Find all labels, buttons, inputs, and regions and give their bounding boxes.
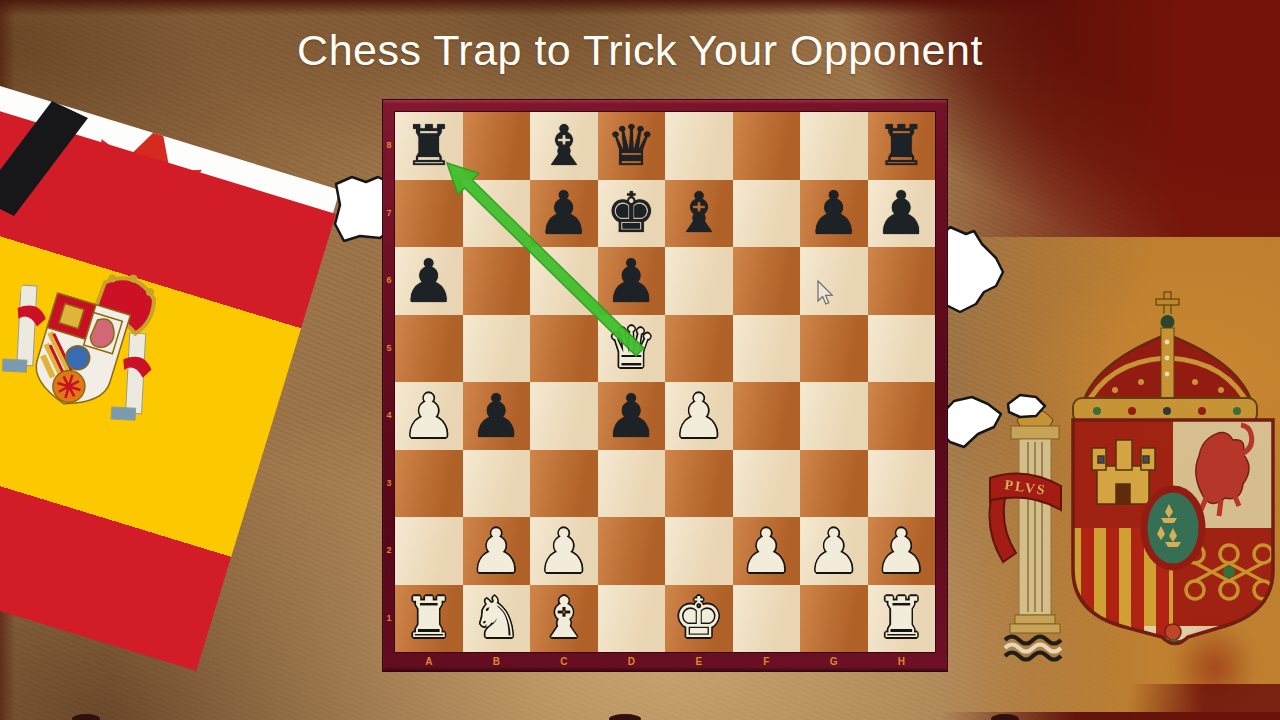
square-c7[interactable]: ♟ [530,180,598,248]
square-c1[interactable]: ♝ [530,585,598,653]
square-b3[interactable] [463,450,531,518]
square-a1[interactable]: ♜ [395,585,463,653]
square-g5[interactable] [800,315,868,383]
white-rook-h1[interactable]: ♜ [868,585,936,653]
square-c2[interactable]: ♟ [530,517,598,585]
square-d8[interactable]: ♛ [598,112,666,180]
square-e7[interactable]: ♝ [665,180,733,248]
square-g7[interactable]: ♟ [800,180,868,248]
square-b5[interactable] [463,315,531,383]
square-d7[interactable]: ♚ [598,180,666,248]
black-pawn-d6[interactable]: ♟ [598,247,666,315]
square-a8[interactable]: ♜ [395,112,463,180]
rank-label-1: 1 [383,585,395,653]
spain-flag-crest [0,233,184,457]
rank-label-5: 5 [383,315,395,383]
rank-label-6: 6 [383,247,395,315]
square-g8[interactable] [800,112,868,180]
square-h6[interactable] [868,247,936,315]
square-a2[interactable] [395,517,463,585]
black-queen-d8[interactable]: ♛ [598,112,666,180]
square-f1[interactable] [733,585,801,653]
square-g3[interactable] [800,450,868,518]
white-pawn-e4[interactable]: ♟ [665,382,733,450]
white-pawn-c2[interactable]: ♟ [530,517,598,585]
white-pawn-h2[interactable]: ♟ [868,517,936,585]
square-b7[interactable] [463,180,531,248]
black-king-d7[interactable]: ♚ [598,180,666,248]
white-pawn-f2[interactable]: ♟ [733,517,801,585]
file-label-F: F [733,652,801,671]
white-queen-d5[interactable]: ♛ [598,315,666,383]
file-label-G: G [800,652,868,671]
chess-board: ♜♝♛♜♟♚♝♟♟♟♟♛♟♟♟♟♟♟♟♟♟♜♞♝♚♜ 87654321 ABCD… [383,100,947,671]
square-b8[interactable] [463,112,531,180]
square-c5[interactable] [530,315,598,383]
black-pawn-h7[interactable]: ♟ [868,180,936,248]
file-label-C: C [530,652,598,671]
square-c8[interactable]: ♝ [530,112,598,180]
white-pawn-g2[interactable]: ♟ [800,517,868,585]
square-c3[interactable] [530,450,598,518]
rank-label-4: 4 [383,382,395,450]
square-d1[interactable] [598,585,666,653]
square-a4[interactable]: ♟ [395,382,463,450]
square-f4[interactable] [733,382,801,450]
rank-label-2: 2 [383,517,395,585]
black-pawn-c7[interactable]: ♟ [530,180,598,248]
square-a6[interactable]: ♟ [395,247,463,315]
black-bishop-c8[interactable]: ♝ [530,112,598,180]
square-f8[interactable] [733,112,801,180]
video-frame: PLVS [0,0,1280,720]
white-rook-a1[interactable]: ♜ [395,585,463,653]
white-pawn-b2[interactable]: ♟ [463,517,531,585]
square-h5[interactable] [868,315,936,383]
black-pawn-b4[interactable]: ♟ [463,382,531,450]
square-b2[interactable]: ♟ [463,517,531,585]
file-label-E: E [665,652,733,671]
square-f7[interactable] [733,180,801,248]
square-b1[interactable]: ♞ [463,585,531,653]
file-label-B: B [463,652,531,671]
file-label-A: A [395,652,463,671]
black-pawn-a6[interactable]: ♟ [395,247,463,315]
square-d4[interactable]: ♟ [598,382,666,450]
square-f6[interactable] [733,247,801,315]
square-g6[interactable] [800,247,868,315]
black-bishop-e7[interactable]: ♝ [665,180,733,248]
bottom-right-red-wedge [1050,684,1280,720]
square-f2[interactable]: ♟ [733,517,801,585]
square-f5[interactable] [733,315,801,383]
square-h3[interactable] [868,450,936,518]
square-d3[interactable] [598,450,666,518]
square-c4[interactable] [530,382,598,450]
white-bishop-c1[interactable]: ♝ [530,585,598,653]
rank-label-8: 8 [383,112,395,180]
white-pawn-a4[interactable]: ♟ [395,382,463,450]
square-a3[interactable] [395,450,463,518]
square-h7[interactable]: ♟ [868,180,936,248]
square-c6[interactable] [530,247,598,315]
black-pawn-d4[interactable]: ♟ [598,382,666,450]
square-a7[interactable] [395,180,463,248]
rank-label-3: 3 [383,450,395,518]
square-e3[interactable] [665,450,733,518]
bottom-edge-blob [609,714,641,720]
black-pawn-g7[interactable]: ♟ [800,180,868,248]
square-a5[interactable] [395,315,463,383]
square-e1[interactable]: ♚ [665,585,733,653]
square-d2[interactable] [598,517,666,585]
white-knight-b1[interactable]: ♞ [463,585,531,653]
square-e2[interactable] [665,517,733,585]
file-label-H: H [868,652,936,671]
square-h1[interactable]: ♜ [868,585,936,653]
square-g4[interactable] [800,382,868,450]
board-squares: ♜♝♛♜♟♚♝♟♟♟♟♛♟♟♟♟♟♟♟♟♟♜♞♝♚♜ [395,112,935,652]
square-h2[interactable]: ♟ [868,517,936,585]
square-b4[interactable]: ♟ [463,382,531,450]
black-rook-h8[interactable]: ♜ [868,112,936,180]
square-h8[interactable]: ♜ [868,112,936,180]
rank-label-7: 7 [383,180,395,248]
bottom-edge-blob [72,714,100,720]
square-g2[interactable]: ♟ [800,517,868,585]
bottom-edge-blob [991,714,1019,720]
square-g1[interactable] [800,585,868,653]
square-e6[interactable] [665,247,733,315]
square-b6[interactable] [463,247,531,315]
file-label-D: D [598,652,666,671]
video-title: Chess Trap to Trick Your Opponent [0,26,1280,75]
square-e5[interactable] [665,315,733,383]
square-e4[interactable]: ♟ [665,382,733,450]
square-h4[interactable] [868,382,936,450]
square-f3[interactable] [733,450,801,518]
square-e8[interactable] [665,112,733,180]
square-d5[interactable]: ♛ [598,315,666,383]
square-d6[interactable]: ♟ [598,247,666,315]
black-rook-a8[interactable]: ♜ [395,112,463,180]
white-king-e1[interactable]: ♚ [665,585,733,653]
